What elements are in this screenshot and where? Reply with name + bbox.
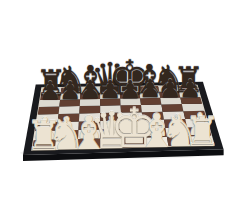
square-e6 bbox=[120, 98, 141, 105]
square-h5 bbox=[182, 104, 204, 112]
square-g3 bbox=[164, 119, 187, 128]
square-b7 bbox=[60, 93, 80, 100]
square-e7 bbox=[120, 92, 140, 99]
square-g4 bbox=[163, 111, 186, 119]
square-f5 bbox=[141, 105, 163, 113]
square-b5 bbox=[59, 106, 80, 114]
square-a5 bbox=[38, 107, 60, 115]
square-e4 bbox=[121, 112, 143, 120]
chess-board bbox=[0, 0, 236, 215]
square-d2 bbox=[100, 129, 122, 139]
square-g7 bbox=[159, 91, 180, 97]
square-e8 bbox=[120, 86, 140, 92]
square-g1 bbox=[167, 136, 191, 146]
square-h2 bbox=[187, 127, 211, 136]
square-h3 bbox=[185, 119, 209, 128]
square-g2 bbox=[165, 127, 189, 136]
square-f7 bbox=[140, 92, 161, 99]
square-b4 bbox=[58, 114, 80, 123]
square-b8 bbox=[61, 87, 81, 93]
square-d5 bbox=[100, 105, 121, 113]
square-c3 bbox=[79, 121, 101, 130]
square-a8 bbox=[41, 88, 61, 94]
square-b3 bbox=[57, 122, 79, 131]
square-d3 bbox=[100, 121, 122, 130]
square-f4 bbox=[142, 112, 164, 120]
square-a4 bbox=[36, 114, 58, 122]
square-e3 bbox=[121, 120, 143, 129]
square-h8 bbox=[178, 86, 199, 92]
square-d7 bbox=[100, 92, 120, 99]
square-c4 bbox=[79, 113, 100, 121]
square-a1 bbox=[32, 140, 56, 150]
square-f1 bbox=[145, 137, 169, 147]
square-d1 bbox=[100, 138, 123, 148]
square-e5 bbox=[121, 105, 142, 113]
square-h6 bbox=[180, 97, 202, 104]
square-b1 bbox=[55, 139, 78, 149]
square-h7 bbox=[179, 91, 200, 97]
square-a6 bbox=[39, 100, 60, 107]
square-e2 bbox=[122, 128, 145, 138]
chess-set-product-photo: ♜♞♝♛♚♝♞♜♟♟♟♟♟♟♟♟♟♟♟♟♟♟♟♟♜♞♝♛♚♝♞♜ bbox=[0, 0, 236, 215]
square-d4 bbox=[100, 113, 121, 121]
square-b6 bbox=[59, 99, 80, 106]
square-g5 bbox=[161, 104, 183, 112]
square-c2 bbox=[78, 130, 100, 140]
square-f8 bbox=[139, 86, 159, 92]
square-a7 bbox=[40, 93, 61, 100]
square-c5 bbox=[79, 106, 100, 114]
square-h1 bbox=[189, 136, 214, 146]
square-c7 bbox=[80, 93, 100, 100]
square-g6 bbox=[160, 97, 182, 104]
square-c1 bbox=[78, 139, 101, 149]
square-d6 bbox=[100, 99, 121, 106]
square-d8 bbox=[100, 87, 120, 93]
square-e1 bbox=[122, 137, 145, 147]
square-g8 bbox=[158, 86, 179, 92]
square-a2 bbox=[34, 131, 57, 141]
square-h4 bbox=[183, 111, 206, 119]
square-f3 bbox=[143, 120, 166, 129]
square-c6 bbox=[80, 99, 100, 106]
square-a3 bbox=[35, 122, 58, 131]
square-f6 bbox=[140, 98, 161, 105]
square-b2 bbox=[56, 130, 79, 140]
square-f2 bbox=[144, 128, 167, 137]
square-c8 bbox=[80, 87, 100, 93]
